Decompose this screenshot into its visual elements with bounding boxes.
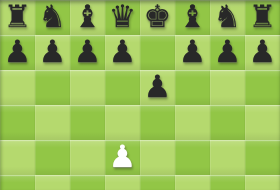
square-h7[interactable]: ♟ <box>245 35 280 70</box>
piece-black-knight[interactable]: ♞ <box>214 0 242 34</box>
square-d6[interactable] <box>105 70 140 105</box>
square-a7[interactable]: ♟ <box>0 35 35 70</box>
square-f5[interactable] <box>175 105 210 140</box>
square-d5[interactable] <box>105 105 140 140</box>
piece-black-pawn[interactable]: ♟ <box>179 34 207 69</box>
piece-black-pawn[interactable]: ♟ <box>39 34 67 69</box>
square-f7[interactable]: ♟ <box>175 35 210 70</box>
piece-black-queen[interactable]: ♛ <box>109 0 137 34</box>
piece-black-knight[interactable]: ♞ <box>39 0 67 34</box>
square-e3[interactable] <box>140 175 175 190</box>
square-d3[interactable] <box>105 175 140 190</box>
square-f8[interactable]: ♝ <box>175 0 210 35</box>
chess-board: ♜♞♝♛♚♝♞♜♟♟♟♟♟♟♟♟♟ <box>0 0 280 190</box>
square-a8[interactable]: ♜ <box>0 0 35 35</box>
square-b8[interactable]: ♞ <box>35 0 70 35</box>
piece-black-king[interactable]: ♚ <box>144 0 172 34</box>
piece-black-pawn[interactable]: ♟ <box>109 34 137 69</box>
square-d4[interactable]: ♟ <box>105 140 140 175</box>
square-a5[interactable] <box>0 105 35 140</box>
piece-white-pawn[interactable]: ♟ <box>109 139 137 174</box>
square-e6[interactable]: ♟ <box>140 70 175 105</box>
square-g7[interactable]: ♟ <box>210 35 245 70</box>
square-e4[interactable] <box>140 140 175 175</box>
chess-board-grid: ♜♞♝♛♚♝♞♜♟♟♟♟♟♟♟♟♟ <box>0 0 280 190</box>
piece-black-pawn[interactable]: ♟ <box>214 34 242 69</box>
piece-black-bishop[interactable]: ♝ <box>179 0 207 34</box>
square-h4[interactable] <box>245 140 280 175</box>
square-f3[interactable] <box>175 175 210 190</box>
piece-black-pawn[interactable]: ♟ <box>249 34 277 69</box>
square-b7[interactable]: ♟ <box>35 35 70 70</box>
piece-black-pawn[interactable]: ♟ <box>4 34 32 69</box>
square-a4[interactable] <box>0 140 35 175</box>
square-a6[interactable] <box>0 70 35 105</box>
piece-black-pawn[interactable]: ♟ <box>74 34 102 69</box>
piece-black-rook[interactable]: ♜ <box>4 0 32 34</box>
square-c8[interactable]: ♝ <box>70 0 105 35</box>
square-e5[interactable] <box>140 105 175 140</box>
piece-black-rook[interactable]: ♜ <box>249 0 277 34</box>
square-a3[interactable] <box>0 175 35 190</box>
square-e8[interactable]: ♚ <box>140 0 175 35</box>
square-g4[interactable] <box>210 140 245 175</box>
square-g8[interactable]: ♞ <box>210 0 245 35</box>
square-c6[interactable] <box>70 70 105 105</box>
square-g3[interactable] <box>210 175 245 190</box>
square-b6[interactable] <box>35 70 70 105</box>
square-h6[interactable] <box>245 70 280 105</box>
square-f4[interactable] <box>175 140 210 175</box>
square-h3[interactable] <box>245 175 280 190</box>
square-e7[interactable] <box>140 35 175 70</box>
square-b5[interactable] <box>35 105 70 140</box>
square-b4[interactable] <box>35 140 70 175</box>
piece-black-bishop[interactable]: ♝ <box>74 0 102 34</box>
square-d7[interactable]: ♟ <box>105 35 140 70</box>
square-h8[interactable]: ♜ <box>245 0 280 35</box>
square-d8[interactable]: ♛ <box>105 0 140 35</box>
square-g5[interactable] <box>210 105 245 140</box>
square-c5[interactable] <box>70 105 105 140</box>
square-g6[interactable] <box>210 70 245 105</box>
square-f6[interactable] <box>175 70 210 105</box>
square-b3[interactable] <box>35 175 70 190</box>
square-c3[interactable] <box>70 175 105 190</box>
piece-black-pawn[interactable]: ♟ <box>144 69 172 104</box>
square-h5[interactable] <box>245 105 280 140</box>
square-c7[interactable]: ♟ <box>70 35 105 70</box>
square-c4[interactable] <box>70 140 105 175</box>
